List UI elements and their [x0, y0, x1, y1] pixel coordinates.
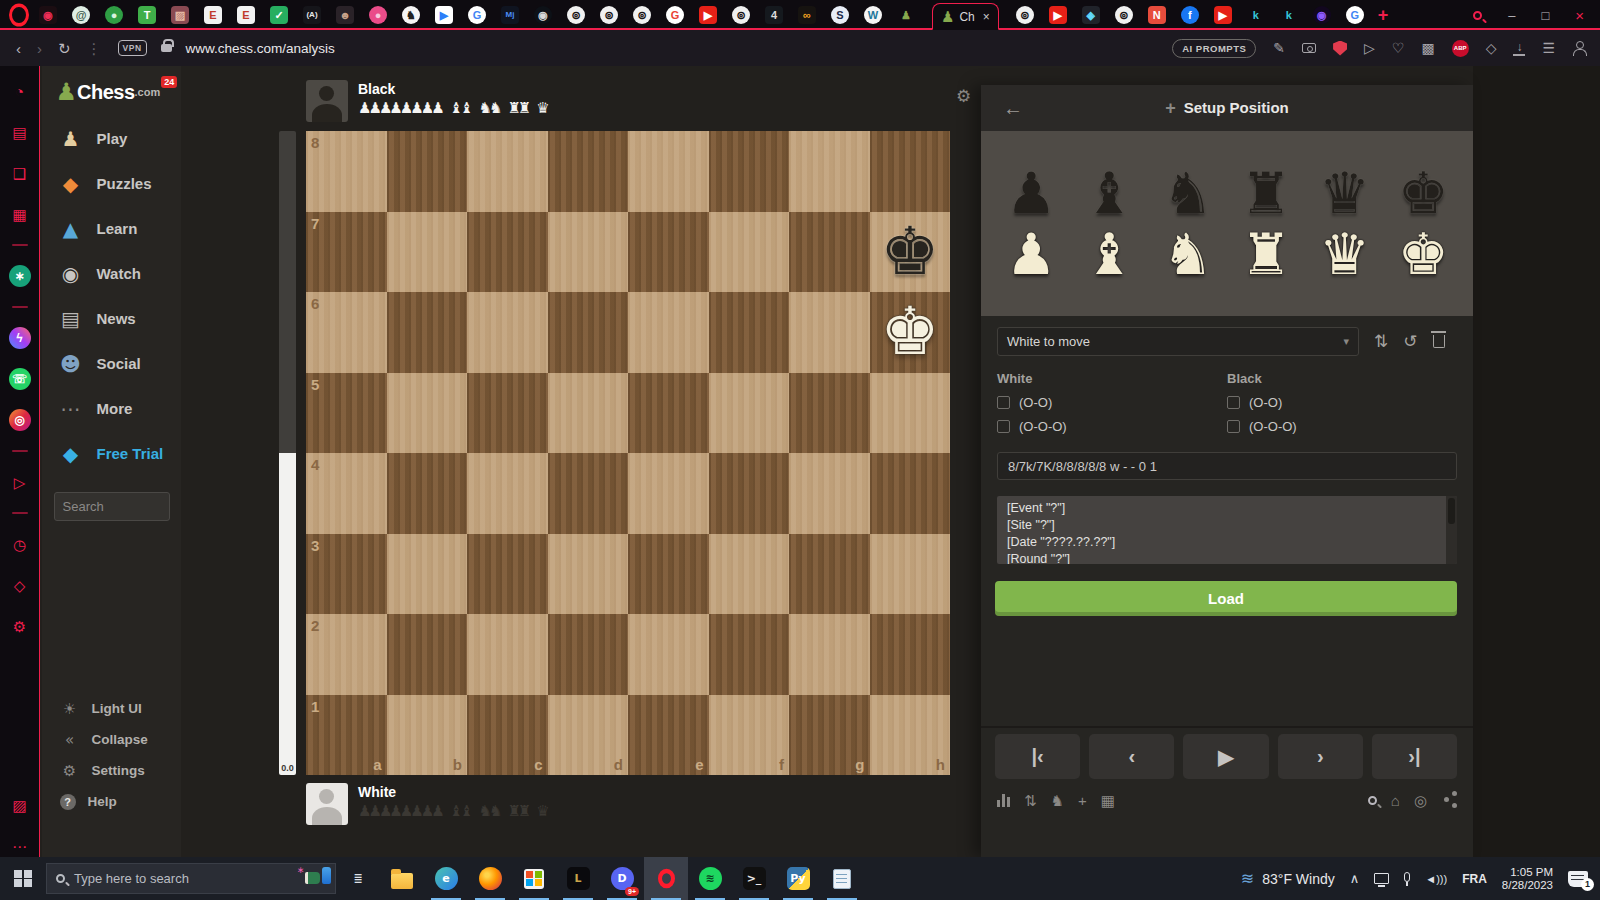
- black-short-castle-checkbox[interactable]: [1227, 396, 1240, 409]
- sidebar-item-label: Free Trial: [97, 445, 164, 462]
- board-square[interactable]: [789, 373, 870, 454]
- github-tab-2[interactable]: ⊚: [600, 6, 618, 24]
- tray-chevron-icon[interactable]: ∧: [1350, 872, 1360, 885]
- free-trial-icon: ◆: [58, 444, 84, 464]
- taskbar-app-opera-gx[interactable]: [644, 857, 688, 900]
- white-king[interactable]: ♚: [870, 292, 951, 373]
- light-ui-icon: ☀: [60, 700, 80, 718]
- opera-gx-logo-icon[interactable]: [9, 4, 29, 27]
- tab-search-icon[interactable]: [1473, 8, 1482, 23]
- board-square[interactable]: [467, 373, 548, 454]
- load-button[interactable]: Load: [995, 581, 1457, 616]
- taskbar-search[interactable]: Type here to search ∗: [46, 863, 336, 894]
- file-label: f: [779, 757, 784, 772]
- google-tab[interactable]: G: [468, 6, 486, 24]
- sidebar-item-more[interactable]: ⋯More: [42, 386, 182, 431]
- palette-white-king[interactable]: ♚: [1387, 226, 1459, 283]
- file-label: e: [695, 757, 703, 772]
- board-square[interactable]: 8: [306, 131, 387, 212]
- taskbar-app-league-of-legends[interactable]: L: [556, 857, 600, 900]
- analysis-tools-row: ⇅♞+▦⌂◎: [997, 793, 1457, 808]
- rank-label: 4: [311, 457, 319, 472]
- youtube-tab-3[interactable]: ▶: [1214, 6, 1232, 24]
- watch-icon: ◉: [58, 264, 84, 284]
- language-indicator[interactable]: FRA: [1462, 872, 1487, 886]
- sidebar-box-icon[interactable]: ◇: [1486, 41, 1497, 55]
- board-square[interactable]: [387, 292, 468, 373]
- board-square[interactable]: [387, 212, 468, 293]
- board-square[interactable]: [467, 614, 548, 695]
- kick-k-tab-2[interactable]: k: [1280, 6, 1298, 24]
- help-icon: ?: [60, 794, 76, 810]
- palette-white-bishop[interactable]: ♝: [1073, 226, 1145, 283]
- board-square[interactable]: [628, 212, 709, 293]
- pgn-line: [Event "?"]: [1007, 500, 1441, 517]
- board-square[interactable]: b: [387, 695, 468, 776]
- taskbar-app-ms-store[interactable]: [512, 857, 556, 900]
- active-tab-label: Ch: [959, 10, 974, 24]
- palette-black-queen[interactable]: ♛: [1309, 165, 1381, 222]
- messenger-icon[interactable]: ϟ: [9, 327, 31, 349]
- collapse-icon: «: [60, 731, 80, 749]
- logo-pawn-icon: ♟: [56, 82, 78, 102]
- weather-widget[interactable]: ≋ 83°F Windy: [1241, 869, 1335, 888]
- pgn-textarea[interactable]: [Event "?"][Site "?"][Date "????.??.??"]…: [997, 496, 1457, 564]
- board-square[interactable]: [387, 453, 468, 534]
- prev-move-button[interactable]: ‹: [1089, 734, 1174, 779]
- speed-dial-icon[interactable]: ◔: [9, 80, 31, 102]
- palette-white-knight[interactable]: ♞: [1152, 226, 1224, 283]
- green-leaf-tab[interactable]: ●: [105, 6, 123, 24]
- board-square[interactable]: 5: [306, 373, 387, 454]
- move-nav-buttons: |‹‹▶››|: [995, 734, 1457, 779]
- board-square[interactable]: [870, 614, 951, 695]
- flip-board-icon[interactable]: ⇅: [1024, 793, 1037, 808]
- photo-tab[interactable]: ▨: [171, 6, 189, 24]
- file-label: c: [534, 757, 542, 772]
- taskbar-clock[interactable]: 1:05 PM 8/28/2023: [1502, 866, 1553, 892]
- chess-board[interactable]: 87♚6♚54321abcdefgh: [306, 131, 950, 775]
- play-icon: ♟: [58, 129, 84, 149]
- dribbble-tab[interactable]: ●: [369, 6, 387, 24]
- board-square[interactable]: [548, 534, 629, 615]
- rank-label: 1: [311, 699, 319, 714]
- close-window-button[interactable]: ×: [1575, 7, 1584, 24]
- black-castling-label: Black: [1227, 371, 1457, 386]
- board-square[interactable]: 6: [306, 292, 387, 373]
- file-label: h: [936, 757, 945, 772]
- board-square[interactable]: [387, 373, 468, 454]
- rail-separator: [12, 244, 28, 246]
- pieces-icon[interactable]: ♞: [1051, 793, 1064, 808]
- react-tab[interactable]: ◈: [1082, 6, 1100, 24]
- gx-sidebar-rail: ◔▤❑▦∗ϟ☏◎▷◷◇⚙▨⋯: [0, 66, 40, 857]
- green-t-tab[interactable]: T: [138, 6, 156, 24]
- mj-tab[interactable]: Mj: [501, 6, 519, 24]
- next-move-button[interactable]: ›: [1278, 734, 1363, 779]
- board-square[interactable]: [467, 131, 548, 212]
- sidebar-item-label: Learn: [97, 220, 138, 237]
- clear-board-trash-icon[interactable]: [1433, 335, 1445, 348]
- board-square[interactable]: [467, 212, 548, 293]
- black-long-castle-label: (O-O-O): [1249, 419, 1297, 434]
- palette-black-row: ♟♝♞♜♛♚: [995, 165, 1459, 222]
- white-long-castle-label: (O-O-O): [1019, 419, 1067, 434]
- board-square[interactable]: [387, 614, 468, 695]
- board-square[interactable]: [789, 614, 870, 695]
- github-tab-1[interactable]: ⊚: [567, 6, 585, 24]
- youtube-tab-2[interactable]: ▶: [1049, 6, 1067, 24]
- board-square[interactable]: c: [467, 695, 548, 776]
- back-icon[interactable]: ‹: [16, 41, 21, 56]
- palette-black-king[interactable]: ♚: [1387, 165, 1459, 222]
- reset-board-icon[interactable]: ↺: [1403, 333, 1417, 350]
- speaker-icon[interactable]: ◄))): [1425, 873, 1447, 885]
- white-long-castle-checkbox[interactable]: [997, 420, 1010, 433]
- board-square[interactable]: [709, 131, 790, 212]
- taskbar-app-edge[interactable]: e: [424, 857, 468, 900]
- chesscom-pawn-tab[interactable]: ♟: [897, 6, 915, 24]
- start-button[interactable]: [0, 857, 46, 900]
- setup-position-panel: ← +Setup Position ♟♝♞♜♛♚ ♟♝♞♜♛♚ White to…: [981, 85, 1473, 857]
- chesscom-sidebar: ♟ Chess .com 24 ♟Play◆Puzzles▲Learn◉Watc…: [42, 66, 182, 857]
- sidebar-item-learn[interactable]: ▲Learn: [42, 206, 182, 251]
- file-label: d: [614, 757, 623, 772]
- address-bar-actions: AI PROMPTS ✎ ▷ ♡ ▩ ABP ◇ ↓ ☰: [1172, 39, 1600, 58]
- github-tab-3[interactable]: ⊚: [633, 6, 651, 24]
- sidebar-footer: ☀Light UI«Collapse⚙Settings?Help: [42, 693, 182, 817]
- board-square[interactable]: 2: [306, 614, 387, 695]
- board-square[interactable]: [628, 453, 709, 534]
- eval-score: 0.0: [279, 763, 296, 773]
- panel-title: +Setup Position: [981, 98, 1473, 119]
- black-player-avatar[interactable]: [306, 80, 348, 122]
- rail-separator: [12, 306, 28, 308]
- pgn-line: [Site "?"]: [1007, 517, 1441, 534]
- news-icon: ▤: [58, 309, 84, 329]
- sidebar-item-play[interactable]: ♟Play: [42, 116, 182, 161]
- chip-icon[interactable]: ▦: [9, 203, 31, 225]
- tab-strip: ◉@●T▨EE✓(A)☻●♞▶GMj◉⊚⊚⊚G▶⊚4∞SW♟♟Ch×⊚▶◈⊚Nf…: [39, 0, 1364, 30]
- sidebar-item-free-trial[interactable]: ◆Free Trial: [42, 431, 182, 476]
- white-short-castle-checkbox[interactable]: [997, 396, 1010, 409]
- extension-icon[interactable]: ▩: [1421, 41, 1434, 55]
- parens-a-tab[interactable]: (A): [303, 6, 321, 24]
- taskbar-app-notepad[interactable]: [820, 857, 864, 900]
- bookmark-heart-icon[interactable]: ♡: [1392, 41, 1405, 55]
- black-player-name[interactable]: Black: [358, 81, 547, 97]
- taskbar-app-task-view[interactable]: ≣: [336, 857, 380, 900]
- taskbar-app-discord[interactable]: D9+: [600, 857, 644, 900]
- board-square[interactable]: [387, 534, 468, 615]
- file-label: b: [453, 757, 462, 772]
- game-search-icon[interactable]: [1368, 796, 1377, 805]
- twitch-icon[interactable]: ❑: [9, 162, 31, 184]
- castling-options: White (O-O) (O-O-O) Black (O-O) (O-O-O): [981, 371, 1473, 434]
- sidebar-search-input[interactable]: [54, 492, 170, 521]
- board-square[interactable]: [548, 614, 629, 695]
- minimize-button[interactable]: –: [1508, 8, 1515, 23]
- captured-group: ♛: [536, 803, 546, 818]
- board-square[interactable]: ♚: [870, 212, 951, 293]
- numeral-tab[interactable]: 4: [765, 6, 783, 24]
- new-tab-button[interactable]: +: [1378, 5, 1389, 26]
- board-editor-icon[interactable]: ▦: [1101, 793, 1115, 808]
- board-square[interactable]: [789, 131, 870, 212]
- play-circle-icon[interactable]: ▷: [9, 471, 31, 493]
- board-square[interactable]: [870, 453, 951, 534]
- vpn-badge[interactable]: VPN: [118, 40, 147, 56]
- windows-taskbar: Type here to search ∗ ≣eLD9+≋>_Py ≋ 83°F…: [0, 857, 1600, 900]
- board-square[interactable]: [789, 453, 870, 534]
- downloads-icon[interactable]: ↓: [1513, 41, 1525, 56]
- sidebar-item-puzzles[interactable]: ◆Puzzles: [42, 161, 182, 206]
- ai-prompts-button[interactable]: AI PROMPTS: [1172, 39, 1256, 58]
- black-captured-pieces: ♟♟♟♟♟♟♟♟♝♝♞♞♜♜♛: [358, 100, 547, 115]
- evaluation-bar: 0.0: [279, 131, 296, 775]
- send-icon[interactable]: ▷: [1364, 41, 1375, 55]
- firefox-icon: [479, 867, 502, 890]
- microphone-icon[interactable]: [1404, 872, 1410, 882]
- taskbar-app-python-idle[interactable]: Py: [776, 857, 820, 900]
- board-square[interactable]: [709, 614, 790, 695]
- basket-icon[interactable]: ▤: [9, 121, 31, 143]
- board-square[interactable]: [870, 373, 951, 454]
- github-tab-5[interactable]: ⊚: [1016, 6, 1034, 24]
- sidebar-item-news[interactable]: ▤News: [42, 296, 182, 341]
- white-player-name[interactable]: White: [358, 784, 547, 800]
- puzzles-icon: ◆: [58, 174, 84, 194]
- eval-white-section: 0.0: [279, 453, 296, 775]
- chess-knight-tab[interactable]: ♞: [402, 6, 420, 24]
- google-tab-2[interactable]: G: [666, 6, 684, 24]
- sidebar-item-social[interactable]: ☻Social: [42, 341, 182, 386]
- footer-item-label: Light UI: [92, 701, 142, 716]
- sidebar-footer-settings[interactable]: ⚙Settings: [42, 755, 182, 786]
- url-text[interactable]: www.chess.com/analysis: [186, 41, 335, 56]
- notification-center-icon[interactable]: 1: [1568, 871, 1588, 887]
- analysis-report-icon[interactable]: [997, 794, 1010, 807]
- adblock-abp-icon[interactable]: ABP: [1452, 40, 1469, 57]
- python-idle-icon: Py: [787, 867, 810, 890]
- first-move-button[interactable]: |‹: [995, 734, 1080, 779]
- board-square[interactable]: [628, 614, 709, 695]
- date-text: 8/28/2023: [1502, 879, 1553, 892]
- red-app-tab[interactable]: N: [1148, 6, 1166, 24]
- taskbar-app-spotify[interactable]: ≋: [688, 857, 732, 900]
- board-square[interactable]: [467, 534, 548, 615]
- chesscom-logo[interactable]: ♟ Chess .com 24: [42, 66, 182, 102]
- captured-group: ♞♞: [478, 803, 499, 818]
- board-square[interactable]: 4: [306, 453, 387, 534]
- pgn-line: [Round "?"]: [1007, 551, 1441, 564]
- board-square[interactable]: [789, 212, 870, 293]
- side-to-move-select[interactable]: White to move ▾: [997, 327, 1359, 356]
- rank-label: 8: [311, 135, 319, 150]
- palette-white-rook[interactable]: ♜: [1230, 226, 1302, 283]
- board-square[interactable]: [709, 373, 790, 454]
- tab-close-icon[interactable]: ×: [983, 10, 990, 24]
- sidebar-item-label: Play: [97, 130, 128, 147]
- board-square[interactable]: [709, 534, 790, 615]
- play-moves-button[interactable]: ▶: [1183, 734, 1268, 779]
- share-icon[interactable]: [1444, 797, 1449, 802]
- footer-item-label: Settings: [92, 763, 145, 778]
- board-square[interactable]: f: [709, 695, 790, 776]
- palette-black-rook[interactable]: ♜: [1230, 165, 1302, 222]
- address-bar: ‹ › ↻ ⋮ VPN www.chess.com/analysis AI PR…: [0, 30, 1600, 66]
- red-e-tab-2[interactable]: E: [237, 6, 255, 24]
- infinity-tab[interactable]: ∞: [798, 6, 816, 24]
- board-square[interactable]: [548, 131, 629, 212]
- add-icon[interactable]: +: [1078, 793, 1087, 808]
- fingerprint-tab[interactable]: @: [72, 6, 90, 24]
- black-king[interactable]: ♚: [870, 212, 951, 293]
- taskbar-app-firefox[interactable]: [468, 857, 512, 900]
- globe-tab[interactable]: ◉: [534, 6, 552, 24]
- board-square[interactable]: e: [628, 695, 709, 776]
- practice-icon[interactable]: ◎: [1414, 793, 1427, 808]
- panel-header: ← +Setup Position: [981, 85, 1473, 131]
- more-icon: ⋯: [58, 399, 84, 419]
- board-square[interactable]: [467, 292, 548, 373]
- settings-gear-icon[interactable]: ⚙: [9, 615, 31, 637]
- move-select-row: White to move ▾ ⇅ ↺: [981, 327, 1473, 356]
- snapshot-camera-icon[interactable]: [1302, 43, 1316, 53]
- board-square[interactable]: 1a: [306, 695, 387, 776]
- palette-white-queen[interactable]: ♛: [1309, 226, 1381, 283]
- taskbar-app-cmd[interactable]: >_: [732, 857, 776, 900]
- chesscom-active-tab[interactable]: ♟Ch×: [932, 3, 999, 30]
- board-square[interactable]: 3: [306, 534, 387, 615]
- board-square[interactable]: [789, 534, 870, 615]
- palette-black-pawn[interactable]: ♟: [995, 165, 1067, 222]
- sidebar-footer-light-ui[interactable]: ☀Light UI: [42, 693, 182, 724]
- red-e-tab[interactable]: E: [204, 6, 222, 24]
- palette-black-knight[interactable]: ♞: [1152, 165, 1224, 222]
- learn-icon: ▲: [58, 219, 84, 239]
- vpn-shield-icon[interactable]: [1333, 41, 1347, 56]
- board-square[interactable]: [548, 292, 629, 373]
- board-square[interactable]: [628, 292, 709, 373]
- board-square[interactable]: [628, 534, 709, 615]
- sidebar-footer-collapse[interactable]: «Collapse: [42, 724, 182, 755]
- youtube-tab-1[interactable]: ▶: [699, 6, 717, 24]
- sidebar-footer-help[interactable]: ?Help: [42, 786, 182, 817]
- board-square[interactable]: [709, 453, 790, 534]
- white-short-castle-label: (O-O): [1019, 395, 1052, 410]
- taskbar-search-placeholder: Type here to search: [74, 871, 189, 886]
- image-icon[interactable]: ▨: [9, 794, 31, 816]
- notification-badge: 1: [1581, 878, 1594, 891]
- instagram-icon[interactable]: ◎: [9, 409, 31, 431]
- wordpress-tab[interactable]: W: [864, 6, 882, 24]
- file-explorer-icon: [391, 873, 413, 889]
- board-square[interactable]: [548, 212, 629, 293]
- google-tab-3[interactable]: G: [1346, 6, 1364, 24]
- black-long-castle-checkbox[interactable]: [1227, 420, 1240, 433]
- search-icon: [56, 874, 65, 883]
- github-tab-4[interactable]: ⊚: [732, 6, 750, 24]
- maximize-button[interactable]: □: [1541, 8, 1549, 23]
- captured-group: ♝♝: [450, 100, 471, 115]
- board-square[interactable]: [387, 131, 468, 212]
- lock-icon[interactable]: [161, 44, 172, 52]
- board-square[interactable]: [709, 212, 790, 293]
- rail-more-icon[interactable]: ⋯: [9, 835, 31, 857]
- flip-board-icon[interactable]: ⇅: [1374, 333, 1388, 350]
- board-square[interactable]: [870, 131, 951, 212]
- last-move-button[interactable]: ›|: [1372, 734, 1457, 779]
- portrait-tab[interactable]: ☻: [336, 6, 354, 24]
- sidebar-nav: ♟Play◆Puzzles▲Learn◉Watch▤News☻Social⋯Mo…: [42, 116, 182, 476]
- sidebar-item-watch[interactable]: ◉Watch: [42, 251, 182, 296]
- logo-suffix: .com: [135, 82, 161, 102]
- browser-tab-bar: ◉@●T▨EE✓(A)☻●♞▶GMj◉⊚⊚⊚G▶⊚4∞SW♟♟Ch×⊚▶◈⊚Nf…: [0, 0, 1600, 30]
- palette-white-row: ♟♝♞♜♛♚: [995, 226, 1459, 283]
- taskbar-app-file-explorer[interactable]: [380, 857, 424, 900]
- board-square[interactable]: [870, 534, 951, 615]
- window-controls: – □ ×: [1473, 7, 1600, 24]
- history-clock-icon[interactable]: ◷: [9, 533, 31, 555]
- reload-icon[interactable]: ↻: [58, 41, 71, 56]
- pgn-scrollbar[interactable]: [1446, 496, 1457, 564]
- chatgpt-icon[interactable]: ∗: [9, 265, 31, 287]
- board-square[interactable]: [628, 373, 709, 454]
- board-square[interactable]: [628, 131, 709, 212]
- board-square[interactable]: g: [789, 695, 870, 776]
- facebook-tab[interactable]: f: [1181, 6, 1199, 24]
- s-circle-tab[interactable]: S: [831, 6, 849, 24]
- white-player-avatar[interactable]: [306, 783, 348, 825]
- edit-icon[interactable]: ✎: [1273, 41, 1285, 55]
- board-square[interactable]: d: [548, 695, 629, 776]
- box-icon[interactable]: ◇: [9, 574, 31, 596]
- fen-input[interactable]: [997, 452, 1457, 480]
- palette-white-pawn[interactable]: ♟: [995, 226, 1067, 283]
- rank-label: 7: [311, 216, 319, 231]
- board-square[interactable]: [789, 292, 870, 373]
- forward-icon[interactable]: ›: [37, 41, 42, 56]
- purple-swirl-tab[interactable]: ◉: [1313, 6, 1331, 24]
- board-square[interactable]: [548, 453, 629, 534]
- board-square[interactable]: [548, 373, 629, 454]
- black-short-castle-label: (O-O): [1249, 395, 1282, 410]
- openings-explorer-icon[interactable]: ⌂: [1391, 793, 1400, 808]
- screen: ◉@●T▨EE✓(A)☻●♞▶GMj◉⊚⊚⊚G▶⊚4∞SW♟♟Ch×⊚▶◈⊚Nf…: [0, 0, 1600, 900]
- github-tab-6[interactable]: ⊚: [1115, 6, 1133, 24]
- opera-gx-tab[interactable]: ◉: [39, 6, 57, 24]
- board-square[interactable]: h: [870, 695, 951, 776]
- blue-play-tab[interactable]: ▶: [435, 6, 453, 24]
- board-square[interactable]: ♚: [870, 292, 951, 373]
- profile-icon[interactable]: [1572, 41, 1586, 55]
- board-settings-gear-icon[interactable]: ⚙: [956, 86, 971, 106]
- captured-group: ♝♝: [450, 803, 471, 818]
- network-icon[interactable]: [1374, 873, 1389, 884]
- wind-icon: ≋: [1241, 869, 1254, 888]
- settings-sliders-icon[interactable]: ☰: [1542, 41, 1555, 55]
- board-square[interactable]: [467, 453, 548, 534]
- captured-group: ♟♟♟♟♟♟♟♟: [358, 100, 442, 115]
- green-check-tab[interactable]: ✓: [270, 6, 288, 24]
- kick-k-tab[interactable]: k: [1247, 6, 1265, 24]
- board-square[interactable]: 7: [306, 212, 387, 293]
- palette-black-bishop[interactable]: ♝: [1073, 165, 1145, 222]
- whatsapp-icon[interactable]: ☏: [9, 368, 31, 390]
- board-square[interactable]: [709, 292, 790, 373]
- rank-label: 5: [311, 377, 319, 392]
